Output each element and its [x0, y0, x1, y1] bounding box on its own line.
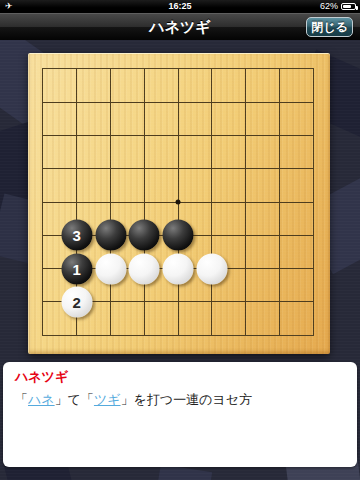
- white-stone: [95, 253, 126, 284]
- white-stone: [163, 253, 194, 284]
- description-text: 「: [15, 392, 28, 407]
- black-stone: [163, 220, 194, 251]
- screen: ✈ 16:25 62% ハネツギ 閉じる 312 ハネツギ 「ハネ」て「ツギ」を…: [0, 0, 360, 480]
- close-button[interactable]: 閉じる: [306, 17, 353, 37]
- status-bar: ✈ 16:25 62%: [0, 0, 360, 13]
- grid-line: [245, 69, 246, 335]
- move-number-label: 3: [73, 227, 81, 244]
- info-panel: ハネツギ 「ハネ」て「ツギ」を打つ一連のヨセ方: [3, 362, 357, 467]
- nav-bar: ハネツギ 閉じる: [0, 13, 360, 40]
- term-link[interactable]: ツギ: [94, 392, 121, 407]
- board-grid: 312: [42, 68, 314, 336]
- go-board: 312: [28, 53, 330, 354]
- move-number-label: 1: [73, 260, 81, 277]
- description-text: 」を打つ一連のヨセ方: [121, 392, 253, 407]
- content-area: 312 ハネツギ 「ハネ」て「ツギ」を打つ一連のヨセ方: [0, 40, 360, 480]
- term-title: ハネツギ: [15, 368, 345, 386]
- move-number-label: 2: [73, 293, 81, 310]
- description-text: 」て「: [55, 392, 94, 407]
- black-stone: 3: [61, 220, 92, 251]
- info-description: 「ハネ」て「ツギ」を打つ一連のヨセ方: [15, 390, 345, 410]
- black-stone: [95, 220, 126, 251]
- battery-percent: 62%: [320, 0, 338, 13]
- black-stone: [129, 220, 160, 251]
- star-point: [176, 200, 181, 205]
- battery-icon: [341, 3, 356, 10]
- grid-line: [211, 69, 212, 335]
- white-stone: [196, 253, 227, 284]
- black-stone: 1: [61, 253, 92, 284]
- white-stone: [129, 253, 160, 284]
- white-stone: 2: [61, 286, 92, 317]
- grid-line: [279, 69, 280, 335]
- term-link[interactable]: ハネ: [28, 392, 55, 407]
- clock-time: 16:25: [0, 0, 360, 13]
